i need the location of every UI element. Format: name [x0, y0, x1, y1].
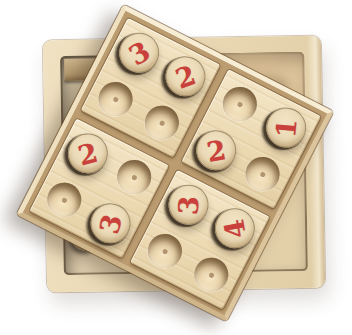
peg-digit: 2 — [75, 138, 100, 169]
product-photo-scene: 32122334 — [0, 0, 352, 335]
peg-3[interactable]: 3 — [84, 196, 138, 250]
peg-hole[interactable] — [93, 76, 139, 122]
peg-digit: 3 — [95, 211, 126, 236]
peg-digit: 1 — [272, 117, 301, 138]
peg-hole[interactable] — [188, 252, 234, 298]
peg-digit: 2 — [172, 60, 199, 92]
peg-hole[interactable] — [139, 100, 185, 146]
peg-digit: 3 — [124, 36, 154, 69]
peg-hole[interactable] — [142, 228, 188, 274]
peg-digit: 3 — [174, 194, 203, 215]
peg-hole[interactable] — [217, 81, 263, 127]
peg-hole[interactable] — [111, 154, 157, 200]
peg-digit: 2 — [205, 135, 228, 165]
peg-hole[interactable] — [240, 151, 286, 197]
peg-hole[interactable] — [41, 177, 87, 223]
peg-digit: 4 — [220, 217, 250, 240]
